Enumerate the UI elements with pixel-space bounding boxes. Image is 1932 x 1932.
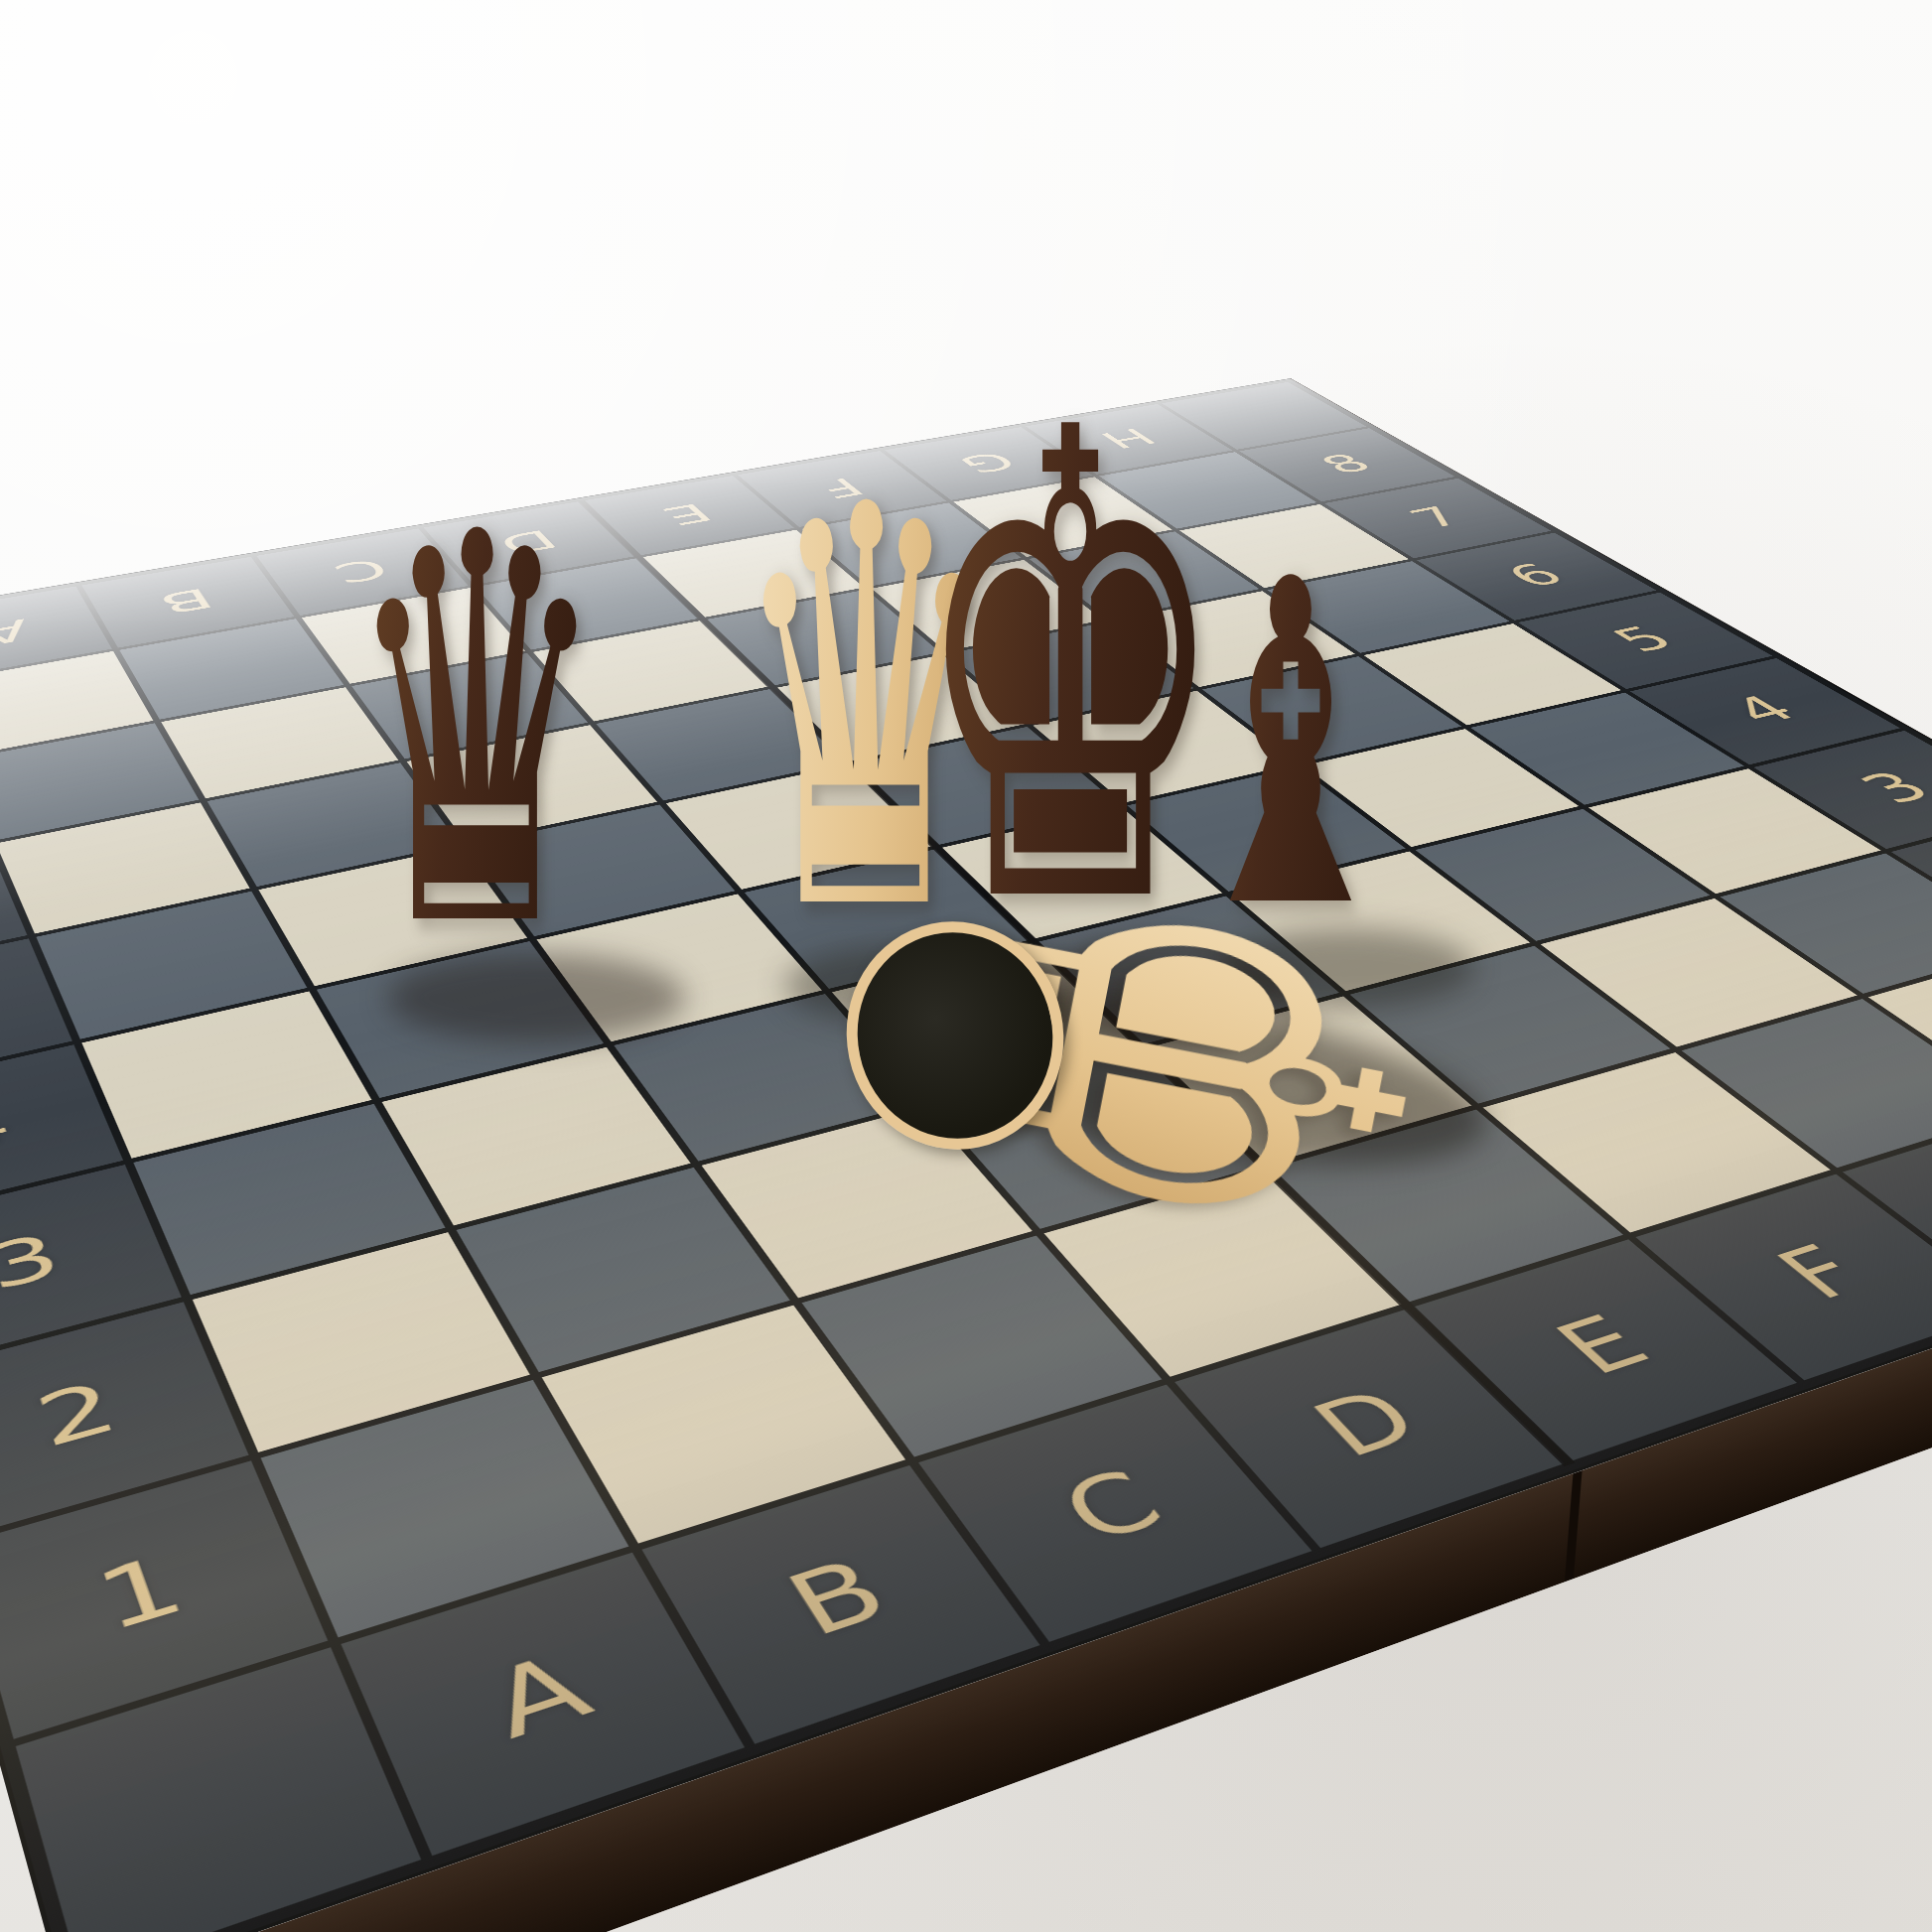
- scene: ABCDEFGH8877665544332211ABCDEFGH ♛♛♚♝♚: [0, 0, 1932, 1932]
- photo-background: ABCDEFGH8877665544332211ABCDEFGH ♛♛♚♝♚: [0, 0, 1932, 1932]
- pieces-layer: ♛♛♚♝♚: [0, 0, 1932, 1932]
- chess-piece-dark-queen: ♛: [345, 465, 609, 1001]
